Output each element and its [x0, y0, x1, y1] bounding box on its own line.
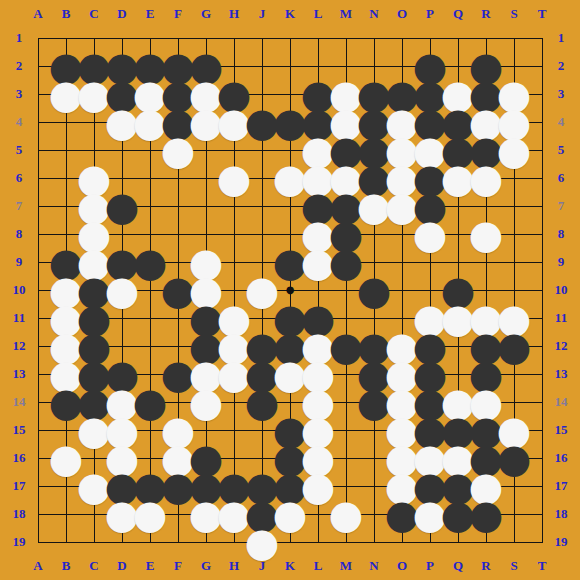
- point-T14[interactable]: [528, 388, 556, 416]
- point-D3[interactable]: ●: [108, 80, 136, 108]
- point-E2[interactable]: ●: [136, 52, 164, 80]
- point-S6[interactable]: [500, 164, 528, 192]
- point-C5[interactable]: [80, 136, 108, 164]
- point-G17[interactable]: ●: [192, 472, 220, 500]
- point-E19[interactable]: [136, 528, 164, 556]
- point-A9[interactable]: [24, 248, 52, 276]
- point-O8[interactable]: [388, 220, 416, 248]
- point-O17[interactable]: ●: [388, 472, 416, 500]
- point-B2[interactable]: ●: [52, 52, 80, 80]
- point-J17[interactable]: ●: [248, 472, 276, 500]
- point-H4[interactable]: ●: [220, 108, 248, 136]
- point-B6[interactable]: [52, 164, 80, 192]
- point-R1[interactable]: [472, 24, 500, 52]
- point-F3[interactable]: ●: [164, 80, 192, 108]
- point-S12[interactable]: ●: [500, 332, 528, 360]
- point-H17[interactable]: ●: [220, 472, 248, 500]
- point-G8[interactable]: [192, 220, 220, 248]
- point-B17[interactable]: [52, 472, 80, 500]
- point-E7[interactable]: [136, 192, 164, 220]
- point-A7[interactable]: [24, 192, 52, 220]
- point-T9[interactable]: [528, 248, 556, 276]
- point-E12[interactable]: [136, 332, 164, 360]
- point-S15[interactable]: ●: [500, 416, 528, 444]
- point-P5[interactable]: ●: [416, 136, 444, 164]
- point-F6[interactable]: [164, 164, 192, 192]
- point-R17[interactable]: ●: [472, 472, 500, 500]
- point-D14[interactable]: ●: [108, 388, 136, 416]
- point-O6[interactable]: ●: [388, 164, 416, 192]
- point-S18[interactable]: [500, 500, 528, 528]
- point-R6[interactable]: ●: [472, 164, 500, 192]
- point-N4[interactable]: ●: [360, 108, 388, 136]
- point-B5[interactable]: [52, 136, 80, 164]
- point-P19[interactable]: [416, 528, 444, 556]
- point-O18[interactable]: ●: [388, 500, 416, 528]
- point-P17[interactable]: ●: [416, 472, 444, 500]
- point-P2[interactable]: ●: [416, 52, 444, 80]
- point-E3[interactable]: ●: [136, 80, 164, 108]
- point-H13[interactable]: ●: [220, 360, 248, 388]
- point-J2[interactable]: [248, 52, 276, 80]
- point-H2[interactable]: [220, 52, 248, 80]
- point-M19[interactable]: [332, 528, 360, 556]
- point-R10[interactable]: [472, 276, 500, 304]
- point-K8[interactable]: [276, 220, 304, 248]
- point-G7[interactable]: [192, 192, 220, 220]
- point-A19[interactable]: [24, 528, 52, 556]
- point-B15[interactable]: [52, 416, 80, 444]
- point-D10[interactable]: ●: [108, 276, 136, 304]
- point-P14[interactable]: ●: [416, 388, 444, 416]
- point-R13[interactable]: ●: [472, 360, 500, 388]
- point-O1[interactable]: [388, 24, 416, 52]
- point-O3[interactable]: ●: [388, 80, 416, 108]
- point-P10[interactable]: [416, 276, 444, 304]
- point-Q17[interactable]: ●: [444, 472, 472, 500]
- point-R14[interactable]: ●: [472, 388, 500, 416]
- point-A13[interactable]: [24, 360, 52, 388]
- point-F11[interactable]: [164, 304, 192, 332]
- point-O7[interactable]: ●: [388, 192, 416, 220]
- point-Q14[interactable]: ●: [444, 388, 472, 416]
- point-T13[interactable]: [528, 360, 556, 388]
- point-T19[interactable]: [528, 528, 556, 556]
- point-C9[interactable]: ●: [80, 248, 108, 276]
- point-O15[interactable]: ●: [388, 416, 416, 444]
- point-F12[interactable]: [164, 332, 192, 360]
- point-K10[interactable]: ●: [276, 276, 304, 304]
- point-D8[interactable]: [108, 220, 136, 248]
- point-S3[interactable]: ●: [500, 80, 528, 108]
- point-O16[interactable]: ●: [388, 444, 416, 472]
- point-A11[interactable]: [24, 304, 52, 332]
- point-R3[interactable]: ●: [472, 80, 500, 108]
- point-N14[interactable]: ●: [360, 388, 388, 416]
- point-O2[interactable]: [388, 52, 416, 80]
- point-D6[interactable]: [108, 164, 136, 192]
- point-K19[interactable]: [276, 528, 304, 556]
- point-G9[interactable]: ●: [192, 248, 220, 276]
- point-K4[interactable]: ●: [276, 108, 304, 136]
- point-K1[interactable]: [276, 24, 304, 52]
- point-H5[interactable]: [220, 136, 248, 164]
- point-Q3[interactable]: ●: [444, 80, 472, 108]
- point-J6[interactable]: [248, 164, 276, 192]
- point-J4[interactable]: ●: [248, 108, 276, 136]
- point-T15[interactable]: [528, 416, 556, 444]
- point-P16[interactable]: ●: [416, 444, 444, 472]
- point-G1[interactable]: [192, 24, 220, 52]
- point-A5[interactable]: [24, 136, 52, 164]
- point-S2[interactable]: [500, 52, 528, 80]
- point-E18[interactable]: ●: [136, 500, 164, 528]
- point-C2[interactable]: ●: [80, 52, 108, 80]
- point-C11[interactable]: ●: [80, 304, 108, 332]
- point-F1[interactable]: [164, 24, 192, 52]
- point-L12[interactable]: ●: [304, 332, 332, 360]
- point-B8[interactable]: [52, 220, 80, 248]
- point-K3[interactable]: [276, 80, 304, 108]
- point-T1[interactable]: [528, 24, 556, 52]
- point-A18[interactable]: [24, 500, 52, 528]
- point-N2[interactable]: [360, 52, 388, 80]
- point-T5[interactable]: [528, 136, 556, 164]
- point-P8[interactable]: ●: [416, 220, 444, 248]
- point-D12[interactable]: [108, 332, 136, 360]
- point-D4[interactable]: ●: [108, 108, 136, 136]
- point-L11[interactable]: ●: [304, 304, 332, 332]
- point-H16[interactable]: [220, 444, 248, 472]
- point-R5[interactable]: ●: [472, 136, 500, 164]
- point-F7[interactable]: [164, 192, 192, 220]
- point-J5[interactable]: [248, 136, 276, 164]
- point-Q12[interactable]: [444, 332, 472, 360]
- point-E4[interactable]: ●: [136, 108, 164, 136]
- point-K11[interactable]: ●: [276, 304, 304, 332]
- point-N13[interactable]: ●: [360, 360, 388, 388]
- point-A14[interactable]: [24, 388, 52, 416]
- point-A15[interactable]: [24, 416, 52, 444]
- point-T12[interactable]: [528, 332, 556, 360]
- point-A1[interactable]: [24, 24, 52, 52]
- point-G14[interactable]: ●: [192, 388, 220, 416]
- point-H9[interactable]: [220, 248, 248, 276]
- point-J3[interactable]: [248, 80, 276, 108]
- point-E9[interactable]: ●: [136, 248, 164, 276]
- point-G13[interactable]: ●: [192, 360, 220, 388]
- point-C19[interactable]: [80, 528, 108, 556]
- point-P13[interactable]: ●: [416, 360, 444, 388]
- point-Q9[interactable]: [444, 248, 472, 276]
- point-C4[interactable]: [80, 108, 108, 136]
- point-L1[interactable]: [304, 24, 332, 52]
- point-M9[interactable]: ●: [332, 248, 360, 276]
- point-T11[interactable]: [528, 304, 556, 332]
- point-E10[interactable]: [136, 276, 164, 304]
- point-T16[interactable]: [528, 444, 556, 472]
- point-B12[interactable]: ●: [52, 332, 80, 360]
- point-Q13[interactable]: [444, 360, 472, 388]
- point-G11[interactable]: ●: [192, 304, 220, 332]
- point-G5[interactable]: [192, 136, 220, 164]
- point-J15[interactable]: [248, 416, 276, 444]
- point-Q5[interactable]: ●: [444, 136, 472, 164]
- point-A17[interactable]: [24, 472, 52, 500]
- point-R8[interactable]: ●: [472, 220, 500, 248]
- point-L7[interactable]: ●: [304, 192, 332, 220]
- point-A2[interactable]: [24, 52, 52, 80]
- point-P1[interactable]: [416, 24, 444, 52]
- point-S14[interactable]: [500, 388, 528, 416]
- point-P7[interactable]: ●: [416, 192, 444, 220]
- point-B18[interactable]: [52, 500, 80, 528]
- point-D1[interactable]: [108, 24, 136, 52]
- point-M13[interactable]: [332, 360, 360, 388]
- point-B11[interactable]: ●: [52, 304, 80, 332]
- point-N1[interactable]: [360, 24, 388, 52]
- point-S8[interactable]: [500, 220, 528, 248]
- point-Q16[interactable]: ●: [444, 444, 472, 472]
- point-Q18[interactable]: ●: [444, 500, 472, 528]
- point-H19[interactable]: [220, 528, 248, 556]
- point-H11[interactable]: ●: [220, 304, 248, 332]
- point-E14[interactable]: ●: [136, 388, 164, 416]
- point-L19[interactable]: [304, 528, 332, 556]
- point-G2[interactable]: ●: [192, 52, 220, 80]
- point-R18[interactable]: ●: [472, 500, 500, 528]
- point-R16[interactable]: ●: [472, 444, 500, 472]
- point-L4[interactable]: ●: [304, 108, 332, 136]
- point-K17[interactable]: ●: [276, 472, 304, 500]
- point-A8[interactable]: [24, 220, 52, 248]
- point-L8[interactable]: ●: [304, 220, 332, 248]
- point-C12[interactable]: ●: [80, 332, 108, 360]
- point-O14[interactable]: ●: [388, 388, 416, 416]
- point-T17[interactable]: [528, 472, 556, 500]
- point-D13[interactable]: ●: [108, 360, 136, 388]
- point-L16[interactable]: ●: [304, 444, 332, 472]
- point-N6[interactable]: ●: [360, 164, 388, 192]
- point-J9[interactable]: [248, 248, 276, 276]
- point-Q7[interactable]: [444, 192, 472, 220]
- point-Q8[interactable]: [444, 220, 472, 248]
- point-M2[interactable]: [332, 52, 360, 80]
- point-C3[interactable]: ●: [80, 80, 108, 108]
- point-G12[interactable]: ●: [192, 332, 220, 360]
- point-C13[interactable]: ●: [80, 360, 108, 388]
- point-J14[interactable]: ●: [248, 388, 276, 416]
- point-K6[interactable]: ●: [276, 164, 304, 192]
- point-B3[interactable]: ●: [52, 80, 80, 108]
- point-C8[interactable]: ●: [80, 220, 108, 248]
- point-G4[interactable]: ●: [192, 108, 220, 136]
- point-S1[interactable]: [500, 24, 528, 52]
- point-Q15[interactable]: ●: [444, 416, 472, 444]
- point-G3[interactable]: ●: [192, 80, 220, 108]
- point-C18[interactable]: [80, 500, 108, 528]
- point-C10[interactable]: ●: [80, 276, 108, 304]
- point-F5[interactable]: ●: [164, 136, 192, 164]
- point-M8[interactable]: ●: [332, 220, 360, 248]
- point-H12[interactable]: ●: [220, 332, 248, 360]
- point-A12[interactable]: [24, 332, 52, 360]
- point-B1[interactable]: [52, 24, 80, 52]
- point-M5[interactable]: ●: [332, 136, 360, 164]
- point-N19[interactable]: [360, 528, 388, 556]
- point-S5[interactable]: ●: [500, 136, 528, 164]
- point-S16[interactable]: ●: [500, 444, 528, 472]
- point-M1[interactable]: [332, 24, 360, 52]
- point-H14[interactable]: [220, 388, 248, 416]
- point-P9[interactable]: [416, 248, 444, 276]
- point-O9[interactable]: [388, 248, 416, 276]
- point-M3[interactable]: ●: [332, 80, 360, 108]
- point-G19[interactable]: [192, 528, 220, 556]
- point-L15[interactable]: ●: [304, 416, 332, 444]
- point-P6[interactable]: ●: [416, 164, 444, 192]
- point-N8[interactable]: [360, 220, 388, 248]
- point-F13[interactable]: ●: [164, 360, 192, 388]
- point-L14[interactable]: ●: [304, 388, 332, 416]
- point-B13[interactable]: ●: [52, 360, 80, 388]
- point-O19[interactable]: [388, 528, 416, 556]
- point-R11[interactable]: ●: [472, 304, 500, 332]
- point-D15[interactable]: ●: [108, 416, 136, 444]
- point-N5[interactable]: ●: [360, 136, 388, 164]
- point-K2[interactable]: [276, 52, 304, 80]
- point-C7[interactable]: ●: [80, 192, 108, 220]
- point-F17[interactable]: ●: [164, 472, 192, 500]
- point-R12[interactable]: ●: [472, 332, 500, 360]
- point-J18[interactable]: ●: [248, 500, 276, 528]
- point-C17[interactable]: ●: [80, 472, 108, 500]
- point-F2[interactable]: ●: [164, 52, 192, 80]
- point-J10[interactable]: ●: [248, 276, 276, 304]
- point-H18[interactable]: ●: [220, 500, 248, 528]
- point-S9[interactable]: [500, 248, 528, 276]
- point-P11[interactable]: ●: [416, 304, 444, 332]
- point-K13[interactable]: ●: [276, 360, 304, 388]
- point-M16[interactable]: [332, 444, 360, 472]
- point-N3[interactable]: ●: [360, 80, 388, 108]
- point-M14[interactable]: [332, 388, 360, 416]
- point-K9[interactable]: ●: [276, 248, 304, 276]
- point-S4[interactable]: ●: [500, 108, 528, 136]
- point-C14[interactable]: ●: [80, 388, 108, 416]
- point-H6[interactable]: ●: [220, 164, 248, 192]
- point-N10[interactable]: ●: [360, 276, 388, 304]
- point-M4[interactable]: ●: [332, 108, 360, 136]
- point-E16[interactable]: [136, 444, 164, 472]
- point-M6[interactable]: ●: [332, 164, 360, 192]
- point-Q19[interactable]: [444, 528, 472, 556]
- point-N9[interactable]: [360, 248, 388, 276]
- point-P3[interactable]: ●: [416, 80, 444, 108]
- point-S7[interactable]: [500, 192, 528, 220]
- point-B14[interactable]: ●: [52, 388, 80, 416]
- point-J19[interactable]: ●: [248, 528, 276, 556]
- point-T18[interactable]: [528, 500, 556, 528]
- point-L3[interactable]: ●: [304, 80, 332, 108]
- point-D11[interactable]: [108, 304, 136, 332]
- point-F9[interactable]: [164, 248, 192, 276]
- point-Q11[interactable]: ●: [444, 304, 472, 332]
- point-J11[interactable]: [248, 304, 276, 332]
- point-E5[interactable]: [136, 136, 164, 164]
- point-E13[interactable]: [136, 360, 164, 388]
- point-P18[interactable]: ●: [416, 500, 444, 528]
- point-M11[interactable]: [332, 304, 360, 332]
- point-Q6[interactable]: ●: [444, 164, 472, 192]
- point-L17[interactable]: ●: [304, 472, 332, 500]
- point-A3[interactable]: [24, 80, 52, 108]
- point-D7[interactable]: ●: [108, 192, 136, 220]
- point-R2[interactable]: ●: [472, 52, 500, 80]
- point-Q2[interactable]: [444, 52, 472, 80]
- point-H10[interactable]: [220, 276, 248, 304]
- point-S10[interactable]: [500, 276, 528, 304]
- point-E15[interactable]: [136, 416, 164, 444]
- point-J1[interactable]: [248, 24, 276, 52]
- point-S13[interactable]: [500, 360, 528, 388]
- point-N18[interactable]: [360, 500, 388, 528]
- point-K16[interactable]: ●: [276, 444, 304, 472]
- point-A4[interactable]: [24, 108, 52, 136]
- point-C1[interactable]: [80, 24, 108, 52]
- point-M15[interactable]: [332, 416, 360, 444]
- point-J8[interactable]: [248, 220, 276, 248]
- point-L13[interactable]: ●: [304, 360, 332, 388]
- point-F15[interactable]: ●: [164, 416, 192, 444]
- point-C6[interactable]: ●: [80, 164, 108, 192]
- point-L2[interactable]: [304, 52, 332, 80]
- point-F8[interactable]: [164, 220, 192, 248]
- point-A10[interactable]: [24, 276, 52, 304]
- point-S17[interactable]: [500, 472, 528, 500]
- point-F4[interactable]: ●: [164, 108, 192, 136]
- point-H1[interactable]: [220, 24, 248, 52]
- point-Q4[interactable]: ●: [444, 108, 472, 136]
- point-L10[interactable]: [304, 276, 332, 304]
- point-E1[interactable]: [136, 24, 164, 52]
- point-O4[interactable]: ●: [388, 108, 416, 136]
- point-D16[interactable]: ●: [108, 444, 136, 472]
- point-E8[interactable]: [136, 220, 164, 248]
- point-S11[interactable]: ●: [500, 304, 528, 332]
- point-T6[interactable]: [528, 164, 556, 192]
- point-R9[interactable]: [472, 248, 500, 276]
- point-M7[interactable]: ●: [332, 192, 360, 220]
- point-R19[interactable]: [472, 528, 500, 556]
- point-B16[interactable]: ●: [52, 444, 80, 472]
- point-Q10[interactable]: ●: [444, 276, 472, 304]
- point-H7[interactable]: [220, 192, 248, 220]
- point-D9[interactable]: ●: [108, 248, 136, 276]
- point-B10[interactable]: ●: [52, 276, 80, 304]
- point-D18[interactable]: ●: [108, 500, 136, 528]
- point-E17[interactable]: ●: [136, 472, 164, 500]
- point-K18[interactable]: ●: [276, 500, 304, 528]
- point-N15[interactable]: [360, 416, 388, 444]
- point-H3[interactable]: ●: [220, 80, 248, 108]
- point-D5[interactable]: [108, 136, 136, 164]
- point-A6[interactable]: [24, 164, 52, 192]
- point-G6[interactable]: [192, 164, 220, 192]
- point-O11[interactable]: [388, 304, 416, 332]
- point-P4[interactable]: ●: [416, 108, 444, 136]
- point-O12[interactable]: ●: [388, 332, 416, 360]
